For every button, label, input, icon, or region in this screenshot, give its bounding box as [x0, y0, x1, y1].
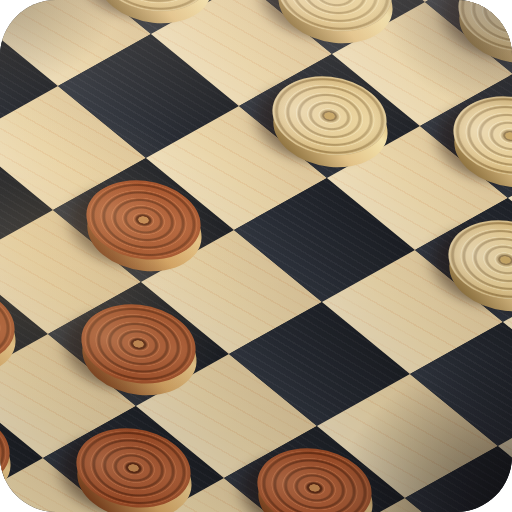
checkers-board: ⛀⛀⛂⛂⛀⛀⛂⛂⛀⛂⛀⛂ — [0, 0, 512, 512]
checkers-photo: ⛀⛀⛂⛂⛀⛀⛂⛂⛀⛂⛀⛂ — [0, 0, 512, 512]
